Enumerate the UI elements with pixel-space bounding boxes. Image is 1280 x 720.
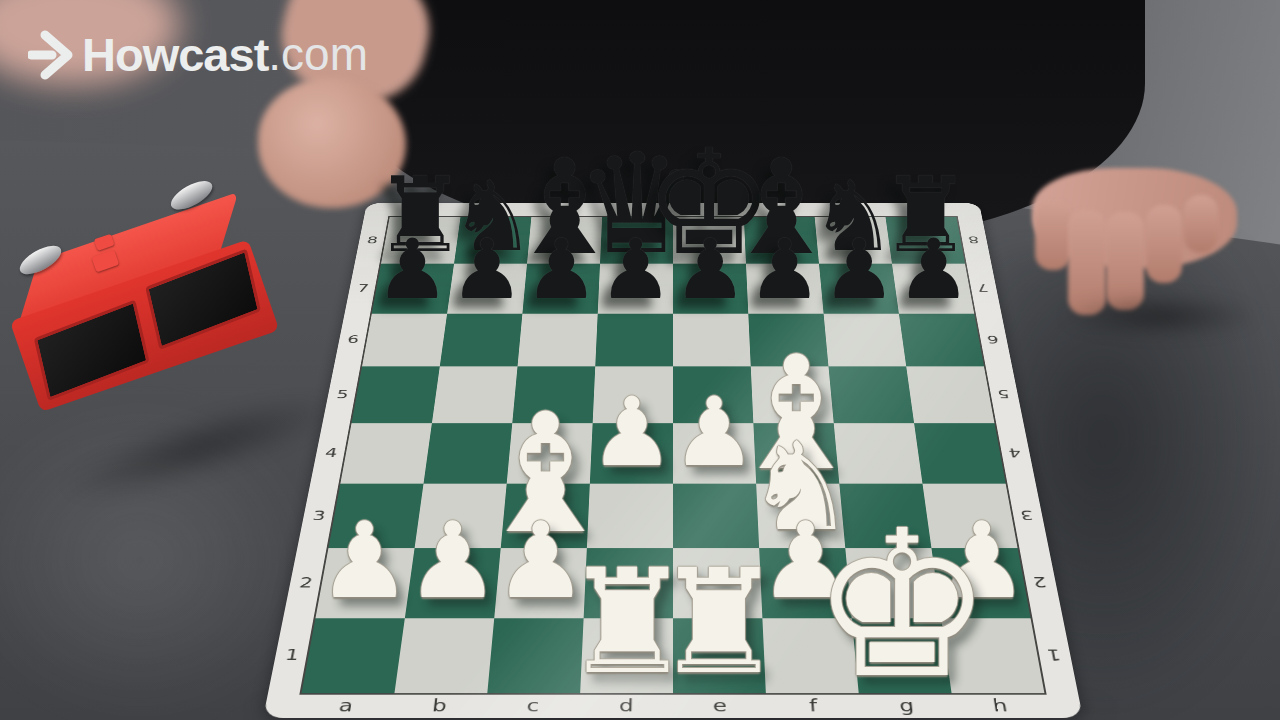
- square-f7: [746, 264, 824, 314]
- square-g8: [815, 217, 892, 264]
- file-label-h: h: [952, 693, 1049, 718]
- player-left-fist: [258, 78, 406, 208]
- square-c8: [527, 217, 602, 264]
- square-c7: [522, 264, 600, 314]
- finger: [1035, 200, 1071, 270]
- square-b2: [405, 548, 501, 618]
- square-a6: [362, 313, 447, 366]
- file-label-b: b: [391, 693, 487, 718]
- square-d4: [590, 423, 673, 483]
- square-g4: [834, 423, 923, 483]
- file-label-top-e: e: [673, 203, 744, 217]
- board-grid: [302, 217, 1045, 693]
- square-h4: [914, 423, 1006, 483]
- file-label-top-h: h: [884, 203, 957, 217]
- square-g5: [828, 366, 914, 423]
- square-h1: [941, 618, 1044, 693]
- square-c2: [494, 548, 587, 618]
- square-b1: [394, 618, 494, 693]
- square-h6: [899, 313, 984, 366]
- square-b6: [440, 313, 523, 366]
- square-e1: [673, 618, 766, 693]
- square-c1: [487, 618, 583, 693]
- square-a2: [315, 548, 414, 618]
- square-g6: [824, 313, 907, 366]
- square-e8: [673, 217, 746, 264]
- finger: [1146, 205, 1182, 283]
- square-d2: [584, 548, 673, 618]
- square-h8: [885, 217, 964, 264]
- chess-board: abcdefgh abcdefgh 87654321 87654321: [263, 203, 1083, 718]
- square-d6: [595, 313, 673, 366]
- square-c4: [507, 423, 593, 483]
- square-g1: [852, 618, 952, 693]
- square-h3: [922, 484, 1017, 549]
- file-label-f: f: [766, 693, 861, 718]
- square-d3: [587, 484, 673, 549]
- square-g3: [839, 484, 931, 549]
- square-b8: [454, 217, 531, 264]
- square-b5: [432, 366, 518, 423]
- hand-shadow: [1060, 295, 1260, 337]
- square-h7: [892, 264, 974, 314]
- file-label-e: e: [673, 693, 767, 718]
- file-label-top-c: c: [531, 203, 602, 217]
- square-h2: [931, 548, 1030, 618]
- square-a5: [352, 366, 440, 423]
- square-e2: [673, 548, 762, 618]
- square-h5: [906, 366, 994, 423]
- file-label-a: a: [297, 693, 394, 718]
- file-label-d: d: [579, 693, 673, 718]
- square-e4: [673, 423, 756, 483]
- howcast-arrow-icon: [28, 26, 82, 82]
- square-c6: [518, 313, 598, 366]
- square-d8: [600, 217, 673, 264]
- howcast-logo: Howcast.com: [28, 26, 368, 82]
- logo-text-bold: Howcast: [82, 27, 268, 82]
- square-a1: [302, 618, 405, 693]
- square-c3: [501, 484, 590, 549]
- square-f2: [759, 548, 852, 618]
- square-e3: [673, 484, 759, 549]
- finger: [1184, 195, 1218, 253]
- file-label-top-d: d: [602, 203, 673, 217]
- square-f6: [748, 313, 828, 366]
- file-label-g: g: [859, 693, 955, 718]
- square-d5: [593, 366, 673, 423]
- square-f5: [751, 366, 834, 423]
- file-label-top-g: g: [813, 203, 885, 217]
- file-label-top-a: a: [390, 203, 463, 217]
- square-b4: [424, 423, 513, 483]
- file-label-top-f: f: [743, 203, 814, 217]
- square-a7: [372, 264, 454, 314]
- square-d1: [580, 618, 673, 693]
- square-a4: [340, 423, 432, 483]
- square-a8: [381, 217, 460, 264]
- square-e5: [673, 366, 753, 423]
- file-labels-top: abcdefgh: [390, 203, 957, 217]
- file-label-top-b: b: [461, 203, 533, 217]
- square-b7: [447, 264, 527, 314]
- square-f1: [762, 618, 858, 693]
- square-d7: [598, 264, 673, 314]
- file-labels-bottom: abcdefgh: [297, 693, 1049, 718]
- square-g7: [819, 264, 899, 314]
- square-e6: [673, 313, 751, 366]
- square-a3: [328, 484, 423, 549]
- square-f8: [744, 217, 819, 264]
- square-g2: [845, 548, 941, 618]
- video-frame: abcdefgh abcdefgh 87654321 87654321 ♜♞♝♛…: [0, 0, 1280, 720]
- square-b3: [415, 484, 507, 549]
- clock-display-left: [34, 300, 150, 402]
- logo-text-suffix: .com: [268, 27, 368, 81]
- square-e7: [673, 264, 748, 314]
- square-c5: [512, 366, 595, 423]
- square-f3: [756, 484, 845, 549]
- square-f4: [753, 423, 839, 483]
- file-label-c: c: [485, 693, 580, 718]
